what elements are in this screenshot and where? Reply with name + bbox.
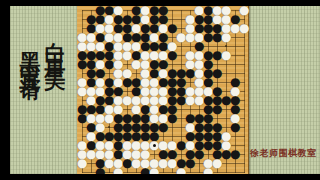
stone-black: ●: [212, 104, 222, 114]
stone-black: ●: [230, 149, 240, 159]
white-player-name-column: 白王星昊: [44, 25, 66, 60]
grid-line-horizontal: [82, 172, 245, 173]
stone-white: ●: [221, 32, 231, 42]
video-frame: 黑申真谞 白王星昊 ●●●●●●●●●●●●●●●●●●●●●●●●●●●●●●…: [0, 0, 320, 180]
board-marker-dot: [225, 45, 227, 47]
letterbox-bottom: [0, 174, 320, 180]
stone-black: ●: [230, 122, 240, 132]
stone-black: ●: [167, 50, 177, 60]
go-board: ●●●●●●●●●●●●●●●●●●●●●●●●●●●●●●●●●●●●●●●●…: [77, 6, 249, 174]
stone-black: ●: [212, 68, 222, 78]
letterbox-left: [0, 0, 10, 180]
stone-white: ●: [239, 23, 249, 33]
black-player-name: 申真谞: [18, 46, 42, 70]
stone-white: ●: [77, 158, 87, 168]
stone-white: ●: [212, 158, 222, 168]
letterbox-top: [0, 0, 320, 6]
white-player-name: 王星昊: [43, 36, 67, 60]
black-label: 黑: [18, 35, 42, 43]
watermark-text: 徐老师围棋教室: [250, 147, 317, 160]
stone-black: ●: [185, 158, 195, 168]
last-move-marker: [153, 144, 156, 147]
stone-white: ●: [239, 5, 249, 15]
white-label: 白: [43, 25, 67, 33]
black-player-name-column: 黑申真谞: [19, 35, 41, 70]
board-marker-dot: [108, 126, 110, 128]
stone-black: ●: [158, 122, 168, 132]
stone-white: ●: [221, 50, 231, 60]
stone-black: ●: [167, 113, 177, 123]
